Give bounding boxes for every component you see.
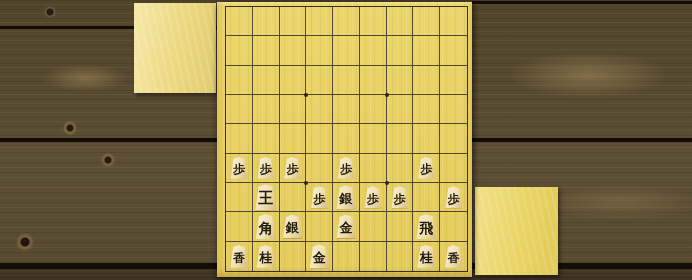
cell-6h[interactable] [306,212,333,241]
cell-8a[interactable] [253,7,280,36]
cell-3h[interactable] [387,212,414,241]
plank-seam [472,1,692,4]
cell-5g[interactable]: 銀 [333,183,360,212]
piece-rook[interactable]: 飛 [415,214,437,239]
piece-silver[interactable]: 銀 [335,185,356,209]
cell-3b[interactable] [387,36,414,65]
cell-1c[interactable] [440,66,467,95]
board-grid: 歩歩歩歩歩王歩銀歩歩歩角銀金飛香桂金桂香 [225,6,468,272]
piece-pawn[interactable]: 歩 [283,157,301,179]
cell-5a[interactable] [333,7,360,36]
piece-bishop[interactable]: 角 [255,214,277,239]
cell-7a[interactable] [280,7,307,36]
cell-4e[interactable] [360,124,387,153]
komadai-bottom-right [475,187,558,275]
cell-7d[interactable] [280,95,307,124]
cell-6i[interactable]: 金 [306,242,333,271]
piece-kanji: 銀 [286,221,299,234]
cell-2a[interactable] [413,7,440,36]
piece-lance[interactable]: 香 [444,245,463,268]
cell-2i[interactable]: 桂 [413,242,440,271]
komadai-top-left [134,3,216,93]
piece-kanji: 歩 [340,163,352,175]
piece-kanji: 歩 [286,163,298,175]
cell-1d[interactable] [440,95,467,124]
cell-7h[interactable]: 銀 [280,212,307,241]
cell-7f[interactable]: 歩 [280,154,307,183]
cell-2e[interactable] [413,124,440,153]
star-point [385,93,389,97]
cell-3a[interactable] [387,7,414,36]
cell-9h[interactable] [226,212,253,241]
piece-silver[interactable]: 銀 [282,214,303,238]
piece-kanji: 香 [233,252,245,264]
cell-6g[interactable]: 歩 [306,183,333,212]
piece-knight[interactable]: 桂 [256,245,276,268]
piece-lance[interactable]: 香 [229,245,248,268]
piece-kanji: 角 [259,221,273,235]
piece-kanji: 歩 [420,163,432,175]
cell-6d[interactable] [306,95,333,124]
cell-8f[interactable]: 歩 [253,154,280,183]
cell-6a[interactable] [306,7,333,36]
cell-8b[interactable] [253,36,280,65]
cell-7i[interactable] [280,242,307,271]
piece-kanji: 銀 [339,192,352,205]
cell-1a[interactable] [440,7,467,36]
cell-1e[interactable] [440,124,467,153]
table-scene: 歩歩歩歩歩王歩銀歩歩歩角銀金飛香桂金桂香 [0,0,692,280]
cell-6f[interactable] [306,154,333,183]
cell-8i[interactable]: 桂 [253,242,280,271]
cell-5i[interactable] [333,242,360,271]
cell-7c[interactable] [280,66,307,95]
piece-pawn[interactable]: 歩 [230,157,248,179]
piece-pawn[interactable]: 歩 [364,186,382,208]
cell-1b[interactable] [440,36,467,65]
cell-6e[interactable] [306,124,333,153]
cell-2c[interactable] [413,66,440,95]
star-point [385,181,389,185]
piece-pawn[interactable]: 歩 [417,157,435,179]
cell-3c[interactable] [387,66,414,95]
cell-2g[interactable] [413,183,440,212]
cell-3d[interactable] [387,95,414,124]
cell-9a[interactable] [226,7,253,36]
cell-9b[interactable] [226,36,253,65]
piece-kanji: 歩 [394,193,406,205]
cell-7e[interactable] [280,124,307,153]
cell-9c[interactable] [226,66,253,95]
piece-kanji: 歩 [448,193,460,205]
piece-kanji: 金 [339,221,352,234]
piece-kanji: 桂 [420,251,433,264]
piece-gold[interactable]: 金 [335,214,356,238]
cell-4a[interactable] [360,7,387,36]
cell-1g[interactable]: 歩 [440,183,467,212]
piece-knight[interactable]: 桂 [416,245,436,268]
piece-pawn[interactable]: 歩 [445,186,463,208]
cell-4b[interactable] [360,36,387,65]
cell-8c[interactable] [253,66,280,95]
piece-king[interactable]: 王 [254,184,277,210]
cell-4i[interactable] [360,242,387,271]
cell-4f[interactable] [360,154,387,183]
piece-kanji: 飛 [419,221,433,235]
cell-8g[interactable]: 王 [253,183,280,212]
cell-3f[interactable] [387,154,414,183]
piece-kanji: 歩 [233,163,245,175]
cell-7g[interactable] [280,183,307,212]
cell-5d[interactable] [333,95,360,124]
cell-8e[interactable] [253,124,280,153]
piece-kanji: 金 [313,251,326,264]
cell-4d[interactable] [360,95,387,124]
cell-1i[interactable]: 香 [440,242,467,271]
piece-pawn[interactable]: 歩 [337,157,355,179]
cell-9g[interactable] [226,183,253,212]
cell-4c[interactable] [360,66,387,95]
cell-4h[interactable] [360,212,387,241]
cell-6c[interactable] [306,66,333,95]
cell-9d[interactable] [226,95,253,124]
cell-3i[interactable] [387,242,414,271]
cell-9f[interactable]: 歩 [226,154,253,183]
piece-kanji: 桂 [259,251,272,264]
cell-7b[interactable] [280,36,307,65]
piece-kanji: 王 [258,191,273,206]
piece-kanji: 香 [448,252,460,264]
cell-5b[interactable] [333,36,360,65]
cell-5f[interactable]: 歩 [333,154,360,183]
piece-kanji: 歩 [367,193,379,205]
piece-pawn[interactable]: 歩 [257,157,275,179]
cell-6b[interactable] [306,36,333,65]
cell-1f[interactable] [440,154,467,183]
piece-gold[interactable]: 金 [309,244,330,268]
cell-9i[interactable]: 香 [226,242,253,271]
piece-kanji: 歩 [260,163,272,175]
cell-2f[interactable]: 歩 [413,154,440,183]
cell-2b[interactable] [413,36,440,65]
cell-3g[interactable]: 歩 [387,183,414,212]
piece-pawn[interactable]: 歩 [310,186,328,208]
cell-5c[interactable] [333,66,360,95]
cell-8d[interactable] [253,95,280,124]
cell-5e[interactable] [333,124,360,153]
cell-1h[interactable] [440,212,467,241]
cell-2d[interactable] [413,95,440,124]
cell-5h[interactable]: 金 [333,212,360,241]
cell-9e[interactable] [226,124,253,153]
cell-2h[interactable]: 飛 [413,212,440,241]
cell-8h[interactable]: 角 [253,212,280,241]
cell-4g[interactable]: 歩 [360,183,387,212]
piece-pawn[interactable]: 歩 [391,186,409,208]
piece-kanji: 歩 [313,193,325,205]
shogi-board: 歩歩歩歩歩王歩銀歩歩歩角銀金飛香桂金桂香 [217,2,472,277]
cell-3e[interactable] [387,124,414,153]
